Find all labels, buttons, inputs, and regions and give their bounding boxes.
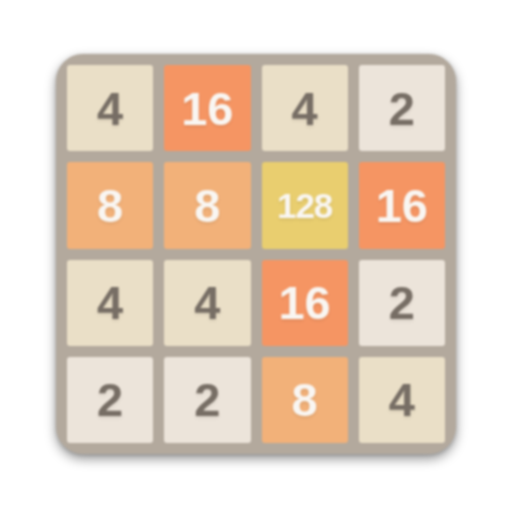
tile-16: 16: [164, 65, 250, 151]
board-2048[interactable]: 416428812816441622284: [56, 54, 456, 454]
tile-2: 2: [67, 357, 153, 443]
tile-4: 4: [164, 260, 250, 346]
tile-4: 4: [67, 260, 153, 346]
tile-16: 16: [262, 260, 348, 346]
screen: 416428812816441622284: [0, 0, 512, 512]
tile-4: 4: [359, 357, 445, 443]
tile-4: 4: [67, 65, 153, 151]
tile-2: 2: [164, 357, 250, 443]
tile-128: 128: [262, 162, 348, 248]
tile-2: 2: [359, 260, 445, 346]
tile-16: 16: [359, 162, 445, 248]
tile-8: 8: [67, 162, 153, 248]
tile-8: 8: [262, 357, 348, 443]
tile-4: 4: [262, 65, 348, 151]
tile-8: 8: [164, 162, 250, 248]
tile-2: 2: [359, 65, 445, 151]
